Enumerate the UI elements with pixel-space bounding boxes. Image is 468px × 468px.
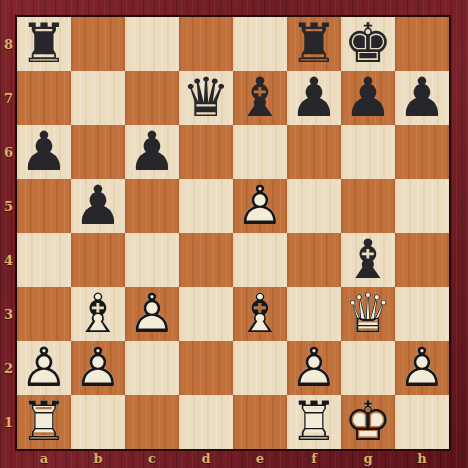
square-e6[interactable] <box>233 125 287 179</box>
square-h4[interactable] <box>395 233 449 287</box>
white-pawn: ♟︎♙︎ <box>395 341 449 395</box>
square-c7[interactable] <box>125 71 179 125</box>
file-label-e: e <box>233 449 287 468</box>
black-pawn: ♟︎ <box>395 71 449 125</box>
black-pawn: ♟︎ <box>17 125 71 179</box>
square-a8[interactable]: ♜ <box>17 17 71 71</box>
square-f1[interactable]: ♜♖ <box>287 395 341 449</box>
black-piece-glyph: ♜ <box>287 17 341 71</box>
rank-label-7: 7 <box>0 71 17 125</box>
square-a1[interactable]: ♜♖ <box>17 395 71 449</box>
black-pawn: ♟︎ <box>341 71 395 125</box>
square-c6[interactable]: ♟︎ <box>125 125 179 179</box>
square-a7[interactable] <box>17 71 71 125</box>
square-h2[interactable]: ♟︎♙︎ <box>395 341 449 395</box>
square-a4[interactable] <box>17 233 71 287</box>
square-e1[interactable] <box>233 395 287 449</box>
square-e2[interactable] <box>233 341 287 395</box>
white-piece-outline-glyph: ♙︎ <box>233 179 287 233</box>
white-piece-outline-glyph: ♕ <box>341 287 395 341</box>
square-c5[interactable] <box>125 179 179 233</box>
white-piece-outline-glyph: ♙︎ <box>395 341 449 395</box>
square-c3[interactable]: ♟︎♙︎ <box>125 287 179 341</box>
square-e5[interactable]: ♟︎♙︎ <box>233 179 287 233</box>
square-b8[interactable] <box>71 17 125 71</box>
square-f6[interactable] <box>287 125 341 179</box>
square-d3[interactable] <box>179 287 233 341</box>
square-b5[interactable]: ♟︎ <box>71 179 125 233</box>
square-g8[interactable]: ♚ <box>341 17 395 71</box>
square-b1[interactable] <box>71 395 125 449</box>
square-b7[interactable] <box>71 71 125 125</box>
black-piece-glyph: ♝ <box>341 233 395 287</box>
white-pawn: ♟︎♙︎ <box>71 341 125 395</box>
black-queen: ♛ <box>179 71 233 125</box>
rank-labels: 87654321 <box>0 17 17 449</box>
white-piece-outline-glyph: ♙︎ <box>125 287 179 341</box>
white-bishop: ♝♗ <box>71 287 125 341</box>
black-piece-glyph: ♛ <box>179 71 233 125</box>
rank-label-6: 6 <box>0 125 17 179</box>
square-d4[interactable] <box>179 233 233 287</box>
white-king: ♚♔ <box>341 395 395 449</box>
black-piece-glyph: ♚ <box>341 17 395 71</box>
white-piece-outline-glyph: ♙︎ <box>17 341 71 395</box>
white-piece-outline-glyph: ♖ <box>17 395 71 449</box>
square-c8[interactable] <box>125 17 179 71</box>
black-bishop: ♝ <box>341 233 395 287</box>
chess-board-frame: 87654321 abcdefgh ♜♜♚♛♝♟︎♟︎♟︎♟︎♟︎♟︎♟︎♙︎♝… <box>0 0 468 468</box>
file-label-d: d <box>179 449 233 468</box>
square-g7[interactable]: ♟︎ <box>341 71 395 125</box>
square-f8[interactable]: ♜ <box>287 17 341 71</box>
square-f5[interactable] <box>287 179 341 233</box>
white-piece-outline-glyph: ♔ <box>341 395 395 449</box>
square-a3[interactable] <box>17 287 71 341</box>
square-h7[interactable]: ♟︎ <box>395 71 449 125</box>
square-f2[interactable]: ♟︎♙︎ <box>287 341 341 395</box>
black-pawn: ♟︎ <box>125 125 179 179</box>
square-g5[interactable] <box>341 179 395 233</box>
square-g2[interactable] <box>341 341 395 395</box>
black-rook: ♜ <box>287 17 341 71</box>
white-pawn: ♟︎♙︎ <box>17 341 71 395</box>
black-piece-glyph: ♜ <box>17 17 71 71</box>
square-f4[interactable] <box>287 233 341 287</box>
square-h6[interactable] <box>395 125 449 179</box>
square-g4[interactable]: ♝ <box>341 233 395 287</box>
white-piece-outline-glyph: ♙︎ <box>287 341 341 395</box>
black-piece-glyph: ♟︎ <box>125 125 179 179</box>
square-h5[interactable] <box>395 179 449 233</box>
square-e3[interactable]: ♝♗ <box>233 287 287 341</box>
square-c2[interactable] <box>125 341 179 395</box>
square-g1[interactable]: ♚♔ <box>341 395 395 449</box>
square-h3[interactable] <box>395 287 449 341</box>
square-a6[interactable]: ♟︎ <box>17 125 71 179</box>
white-piece-outline-glyph: ♗ <box>71 287 125 341</box>
square-f7[interactable]: ♟︎ <box>287 71 341 125</box>
square-b2[interactable]: ♟︎♙︎ <box>71 341 125 395</box>
white-piece-outline-glyph: ♙︎ <box>71 341 125 395</box>
square-e8[interactable] <box>233 17 287 71</box>
square-a5[interactable] <box>17 179 71 233</box>
square-d2[interactable] <box>179 341 233 395</box>
square-c4[interactable] <box>125 233 179 287</box>
white-rook: ♜♖ <box>287 395 341 449</box>
black-piece-glyph: ♝ <box>233 71 287 125</box>
white-piece-outline-glyph: ♗ <box>233 287 287 341</box>
rank-label-5: 5 <box>0 179 17 233</box>
square-e4[interactable] <box>233 233 287 287</box>
board: ♜♜♚♛♝♟︎♟︎♟︎♟︎♟︎♟︎♟︎♙︎♝♝♗♟︎♙︎♝♗♛♕♟︎♙︎♟︎♙︎… <box>17 17 449 449</box>
black-rook: ♜ <box>17 17 71 71</box>
square-b3[interactable]: ♝♗ <box>71 287 125 341</box>
white-pawn: ♟︎♙︎ <box>287 341 341 395</box>
file-label-h: h <box>395 449 449 468</box>
rank-label-8: 8 <box>0 17 17 71</box>
white-queen: ♛♕ <box>341 287 395 341</box>
square-g3[interactable]: ♛♕ <box>341 287 395 341</box>
black-piece-glyph: ♟︎ <box>341 71 395 125</box>
white-piece-outline-glyph: ♖ <box>287 395 341 449</box>
black-piece-glyph: ♟︎ <box>71 179 125 233</box>
black-piece-glyph: ♟︎ <box>287 71 341 125</box>
square-g6[interactable] <box>341 125 395 179</box>
black-pawn: ♟︎ <box>287 71 341 125</box>
rank-label-3: 3 <box>0 287 17 341</box>
square-b4[interactable] <box>71 233 125 287</box>
square-f3[interactable] <box>287 287 341 341</box>
white-rook: ♜♖ <box>17 395 71 449</box>
file-label-c: c <box>125 449 179 468</box>
black-piece-glyph: ♟︎ <box>17 125 71 179</box>
rank-label-1: 1 <box>0 395 17 449</box>
square-e7[interactable]: ♝ <box>233 71 287 125</box>
square-c1[interactable] <box>125 395 179 449</box>
square-d8[interactable] <box>179 17 233 71</box>
square-h1[interactable] <box>395 395 449 449</box>
square-d1[interactable] <box>179 395 233 449</box>
rank-label-2: 2 <box>0 341 17 395</box>
black-king: ♚ <box>341 17 395 71</box>
file-label-b: b <box>71 449 125 468</box>
white-pawn: ♟︎♙︎ <box>233 179 287 233</box>
rank-label-4: 4 <box>0 233 17 287</box>
black-pawn: ♟︎ <box>71 179 125 233</box>
square-d5[interactable] <box>179 179 233 233</box>
black-piece-glyph: ♟︎ <box>395 71 449 125</box>
square-a2[interactable]: ♟︎♙︎ <box>17 341 71 395</box>
square-h8[interactable] <box>395 17 449 71</box>
white-bishop: ♝♗ <box>233 287 287 341</box>
square-b6[interactable] <box>71 125 125 179</box>
square-d6[interactable] <box>179 125 233 179</box>
square-d7[interactable]: ♛ <box>179 71 233 125</box>
black-bishop: ♝ <box>233 71 287 125</box>
white-pawn: ♟︎♙︎ <box>125 287 179 341</box>
